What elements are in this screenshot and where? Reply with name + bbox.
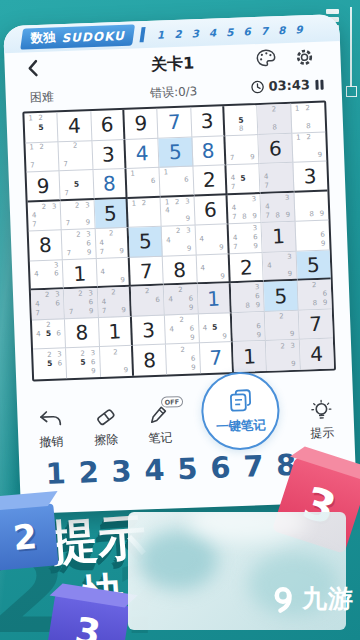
cell-r4c6[interactable]: 6 bbox=[194, 195, 228, 226]
cell-r1c6[interactable]: 3 bbox=[191, 106, 225, 137]
theme-palette-button[interactable] bbox=[255, 48, 277, 68]
cell-r1c3[interactable]: 6 bbox=[91, 110, 125, 141]
cell-r1c2[interactable]: 4 bbox=[58, 111, 92, 142]
cell-r7c5[interactable]: 2469 bbox=[164, 285, 198, 316]
cell-r9c4[interactable]: 8 bbox=[133, 345, 167, 376]
cell-r2c2[interactable]: 27 bbox=[59, 141, 93, 172]
cube-2: 2 bbox=[0, 503, 59, 570]
undo-label: 撤销 bbox=[39, 433, 64, 451]
cell-r3c1[interactable]: 9 bbox=[27, 171, 61, 202]
cell-r2c6[interactable]: 8 bbox=[192, 136, 226, 167]
numpad-3[interactable]: 3 bbox=[111, 454, 132, 489]
game-card: 数独 SUDOKU 123456789 关卡1 bbox=[3, 14, 357, 514]
cell-r7c4[interactable]: 26 bbox=[131, 286, 165, 317]
cell-r2c5[interactable]: 5 bbox=[159, 137, 193, 168]
cell-r7c1[interactable]: 23467 bbox=[31, 290, 65, 321]
cell-r3c3[interactable]: 8 bbox=[93, 169, 127, 200]
numpad-6[interactable]: 6 bbox=[210, 450, 231, 485]
settings-gear-button[interactable] bbox=[294, 47, 315, 68]
cell-r1c9[interactable]: 128 bbox=[291, 103, 325, 134]
jiuyou-watermark: 九游 bbox=[270, 582, 354, 615]
cell-r5c9[interactable]: 69 bbox=[295, 221, 329, 252]
cell-r9c5[interactable]: 269 bbox=[166, 344, 200, 375]
cell-r2c3[interactable]: 3 bbox=[92, 139, 126, 170]
quick-notes-icon bbox=[226, 387, 254, 415]
brand-en: SUDOKU bbox=[61, 28, 125, 44]
notes-button[interactable]: OFF 笔记 bbox=[147, 388, 173, 447]
cell-r7c8[interactable]: 5 bbox=[264, 281, 298, 312]
cell-r4c2[interactable]: 2379 bbox=[61, 200, 95, 231]
jiuyou-text: 九游 bbox=[302, 582, 354, 615]
cell-r7c3[interactable]: 2479 bbox=[97, 287, 131, 318]
cell-r8c5[interactable]: 2469 bbox=[165, 314, 199, 345]
blur-blob bbox=[138, 530, 218, 590]
erase-button[interactable]: 擦除 bbox=[93, 390, 119, 449]
cell-r6c5[interactable]: 8 bbox=[163, 255, 197, 286]
decor-line bbox=[350, 7, 352, 87]
decor-square bbox=[346, 86, 357, 97]
cell-r5c1[interactable]: 8 bbox=[29, 231, 63, 262]
cell-r2c9[interactable]: 129 bbox=[292, 132, 326, 163]
level-title: 关卡1 bbox=[4, 48, 341, 81]
hint-bulb-icon bbox=[309, 398, 334, 420]
cell-r4c5[interactable]: 12349 bbox=[161, 196, 195, 227]
brand-cn: 数独 bbox=[30, 29, 56, 47]
cell-r4c4[interactable]: 12 bbox=[128, 197, 162, 228]
cell-r6c4[interactable]: 7 bbox=[130, 256, 164, 287]
notes-label: 笔记 bbox=[148, 429, 173, 447]
cell-r3c8[interactable]: 47 bbox=[260, 163, 294, 194]
cell-r9c6[interactable]: 7 bbox=[200, 343, 234, 374]
cell-r3c6[interactable]: 2 bbox=[193, 165, 227, 196]
cell-r8c7[interactable]: 69 bbox=[232, 312, 266, 343]
cell-r3c2[interactable]: 57 bbox=[60, 170, 94, 201]
cell-r2c7[interactable]: 79 bbox=[225, 135, 259, 166]
cell-r3c9[interactable]: 3 bbox=[293, 162, 327, 193]
cell-r2c4[interactable]: 4 bbox=[125, 138, 159, 169]
quick-notes-button[interactable]: 一键笔记 bbox=[200, 370, 281, 451]
app-screen: 2 ? 提示 快 2 3 3 数独 SUDOKU 123456789 bbox=[0, 0, 360, 640]
cell-r1c1[interactable]: 125 bbox=[24, 112, 58, 143]
quick-notes-label: 一键笔记 bbox=[216, 416, 267, 435]
cell-r9c3[interactable]: 29 bbox=[100, 346, 134, 377]
cell-r5c5[interactable]: 2349 bbox=[162, 226, 196, 257]
blur-blob bbox=[188, 512, 308, 542]
sudoku-grid: 1254697358281281272734587961299578161624… bbox=[22, 101, 336, 382]
numpad-4[interactable]: 4 bbox=[144, 453, 165, 488]
cell-r7c7[interactable]: 3689 bbox=[231, 282, 265, 313]
cell-r8c9[interactable]: 7 bbox=[298, 309, 332, 340]
banner-divider bbox=[140, 27, 146, 42]
hint-label: 提示 bbox=[310, 424, 335, 442]
undo-icon bbox=[37, 408, 64, 429]
cell-r7c6[interactable]: 1 bbox=[197, 283, 231, 314]
cell-r6c2[interactable]: 1 bbox=[63, 259, 97, 290]
cell-r9c2[interactable]: 23569 bbox=[66, 347, 100, 378]
hint-button[interactable]: 提示 bbox=[308, 382, 334, 442]
cell-r1c8[interactable]: 28 bbox=[258, 104, 292, 135]
cell-r9c1[interactable]: 2356 bbox=[33, 349, 67, 380]
undo-button[interactable]: 撤销 bbox=[37, 392, 65, 451]
cell-r7c2[interactable]: 23679 bbox=[64, 288, 98, 319]
cell-r8c2[interactable]: 8 bbox=[65, 318, 99, 349]
cell-r6c8[interactable]: 349 bbox=[263, 251, 297, 282]
cell-r1c7[interactable]: 58 bbox=[224, 105, 258, 136]
cell-r2c8[interactable]: 6 bbox=[259, 133, 293, 164]
timer-value: 03:43 bbox=[268, 77, 310, 94]
cube-3-bottom: 3 bbox=[46, 594, 131, 640]
cell-r6c9[interactable]: 5 bbox=[296, 250, 330, 281]
cell-r1c4[interactable]: 9 bbox=[124, 109, 158, 140]
cell-r5c8[interactable]: 1 bbox=[262, 222, 296, 253]
numpad-1[interactable]: 1 bbox=[45, 456, 66, 491]
cell-r5c3[interactable]: 2479 bbox=[95, 228, 129, 259]
cell-r1c5[interactable]: 7 bbox=[158, 107, 192, 138]
cell-r8c8[interactable]: 29 bbox=[265, 311, 299, 342]
cell-r4c8[interactable]: 34789 bbox=[261, 192, 295, 223]
app-logo-banner: 数独 SUDOKU bbox=[20, 24, 135, 49]
cell-r4c3[interactable]: 5 bbox=[94, 199, 128, 230]
cell-r4c9[interactable]: 89 bbox=[294, 191, 328, 222]
cell-r5c2[interactable]: 23679 bbox=[62, 229, 96, 260]
cell-r6c3[interactable]: 49 bbox=[96, 258, 130, 289]
notes-off-badge: OFF bbox=[160, 396, 183, 408]
banner-digits: 123456789 bbox=[157, 22, 313, 40]
cell-r3c4[interactable]: 16 bbox=[126, 168, 160, 199]
cell-r4c7[interactable]: 34789 bbox=[227, 194, 261, 225]
pencil-icon bbox=[147, 404, 172, 425]
cell-r8c4[interactable]: 3 bbox=[132, 315, 166, 346]
clock-icon bbox=[250, 79, 265, 94]
cell-r4c1[interactable]: 2347 bbox=[28, 201, 62, 232]
eraser-icon bbox=[93, 406, 118, 427]
cell-r6c7[interactable]: 2 bbox=[230, 253, 264, 284]
cell-r9c9[interactable]: 4 bbox=[300, 339, 334, 370]
cell-r3c7[interactable]: 457 bbox=[226, 164, 260, 195]
cell-r8c1[interactable]: 2456 bbox=[32, 319, 66, 350]
cell-r6c6[interactable]: 49 bbox=[196, 254, 230, 285]
cell-r5c6[interactable]: 49 bbox=[195, 224, 229, 255]
cell-r8c3[interactable]: 1 bbox=[99, 317, 133, 348]
pause-button[interactable] bbox=[316, 79, 324, 89]
cell-r2c1[interactable]: 127 bbox=[25, 142, 59, 173]
jiuyou-9-icon bbox=[270, 584, 300, 614]
cell-r9c8[interactable]: 239 bbox=[266, 340, 300, 371]
cell-r5c7[interactable]: 34679 bbox=[229, 223, 263, 254]
numpad-5[interactable]: 5 bbox=[177, 452, 198, 487]
cell-r3c5[interactable]: 16 bbox=[160, 167, 194, 198]
erase-label: 擦除 bbox=[94, 431, 119, 449]
cell-r8c6[interactable]: 459 bbox=[199, 313, 233, 344]
numpad-7[interactable]: 7 bbox=[243, 449, 264, 484]
cell-r5c4[interactable]: 5 bbox=[129, 227, 163, 258]
cell-r7c9[interactable]: 2689 bbox=[297, 280, 331, 311]
cell-r9c7[interactable]: 1 bbox=[233, 341, 267, 372]
cell-r6c1[interactable]: 346 bbox=[30, 260, 64, 291]
numpad-2[interactable]: 2 bbox=[78, 455, 99, 490]
